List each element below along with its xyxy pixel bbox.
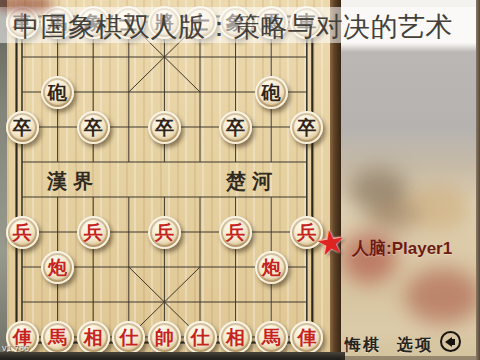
piece-glyph: 砲 xyxy=(48,83,67,102)
xiangqi-piece-red-俥[interactable]: 俥 xyxy=(290,321,323,354)
xiangqi-piece-red-相[interactable]: 相 xyxy=(219,321,252,354)
piece-glyph: 兵 xyxy=(84,223,103,242)
piece-glyph: 仕 xyxy=(119,328,138,347)
piece-glyph: 相 xyxy=(226,328,245,347)
piece-glyph: 俥 xyxy=(297,328,316,347)
piece-glyph: 卒 xyxy=(226,118,245,137)
piece-glyph: 仕 xyxy=(191,328,210,347)
version-text: v1.786 xyxy=(2,343,29,353)
piece-glyph: 帥 xyxy=(155,328,174,347)
xiangqi-piece-black-卒[interactable]: 卒 xyxy=(77,111,110,144)
xiangqi-piece-red-炮[interactable]: 炮 xyxy=(255,251,288,284)
piece-glyph: 卒 xyxy=(297,118,316,137)
window-right-edge xyxy=(476,0,480,360)
sound-icon[interactable] xyxy=(440,331,461,352)
xiangqi-piece-red-馬[interactable]: 馬 xyxy=(41,321,74,354)
xiangqi-piece-black-砲[interactable]: 砲 xyxy=(255,76,288,109)
piece-glyph: 兵 xyxy=(13,223,32,242)
options-button[interactable]: 选项 xyxy=(397,335,433,356)
panel-bottom-shade xyxy=(341,356,480,360)
piece-glyph: 相 xyxy=(84,328,103,347)
piece-glyph: 馬 xyxy=(48,328,67,347)
red-star-icon: ★ xyxy=(314,224,348,261)
xiangqi-piece-black-卒[interactable]: 卒 xyxy=(290,111,323,144)
xiangqi-piece-black-卒[interactable]: 卒 xyxy=(219,111,252,144)
panel-blur-blob xyxy=(405,268,480,324)
app-window: 漢界 楚河 車馬象士將士象馬車砲砲卒卒卒卒卒兵兵兵兵兵炮炮俥馬相仕帥仕相馬俥 v… xyxy=(0,0,480,360)
xiangqi-piece-red-仕[interactable]: 仕 xyxy=(112,321,145,354)
xiangqi-piece-red-仕[interactable]: 仕 xyxy=(184,321,217,354)
piece-glyph: 炮 xyxy=(262,258,281,277)
piece-glyph: 兵 xyxy=(155,223,174,242)
xiangqi-piece-red-帥[interactable]: 帥 xyxy=(148,321,181,354)
piece-glyph: 卒 xyxy=(155,118,174,137)
piece-glyph: 砲 xyxy=(262,83,281,102)
panel-blur-blob xyxy=(368,198,418,232)
xiangqi-piece-red-兵[interactable]: 兵 xyxy=(6,216,39,249)
piece-glyph: 炮 xyxy=(48,258,67,277)
side-panel xyxy=(341,0,480,360)
xiangqi-piece-black-砲[interactable]: 砲 xyxy=(41,76,74,109)
piece-glyph: 卒 xyxy=(13,118,32,137)
xiangqi-piece-black-卒[interactable]: 卒 xyxy=(148,111,181,144)
page-title: 中国象棋双人版：策略与对决的艺术 xyxy=(13,9,453,45)
undo-move-button[interactable]: 悔棋 xyxy=(345,335,381,356)
piece-glyph: 馬 xyxy=(262,328,281,347)
xiangqi-piece-black-卒[interactable]: 卒 xyxy=(6,111,39,144)
piece-glyph: 卒 xyxy=(84,118,103,137)
xiangqi-piece-red-兵[interactable]: 兵 xyxy=(219,216,252,249)
xiangqi-piece-red-馬[interactable]: 馬 xyxy=(255,321,288,354)
xiangqi-piece-red-炮[interactable]: 炮 xyxy=(41,251,74,284)
xiangqi-piece-red-兵[interactable]: 兵 xyxy=(148,216,181,249)
xiangqi-board[interactable]: 漢界 楚河 車馬象士將士象馬車砲砲卒卒卒卒卒兵兵兵兵兵炮炮俥馬相仕帥仕相馬俥 v… xyxy=(0,0,341,360)
speaker-glyph xyxy=(445,337,456,347)
piece-glyph: 兵 xyxy=(226,223,245,242)
pieces-layer: 車馬象士將士象馬車砲砲卒卒卒卒卒兵兵兵兵兵炮炮俥馬相仕帥仕相馬俥 xyxy=(0,0,341,360)
player-label: 人脑:Player1 xyxy=(352,237,452,260)
xiangqi-piece-red-兵[interactable]: 兵 xyxy=(77,216,110,249)
xiangqi-piece-red-相[interactable]: 相 xyxy=(77,321,110,354)
window-bottom-edge xyxy=(0,352,345,360)
